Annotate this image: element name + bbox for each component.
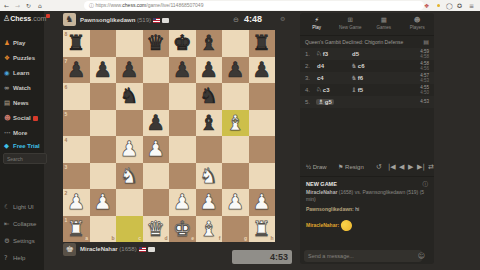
square-a1[interactable]: ♜1a xyxy=(63,216,90,243)
piece-icon: ♞ xyxy=(351,74,357,82)
puzzles-icon: ❖ xyxy=(4,53,13,63)
piece-b2[interactable]: ♟ xyxy=(90,189,117,216)
opening-book-icon[interactable]: ▤ xyxy=(423,37,429,47)
square-h6[interactable] xyxy=(249,83,276,110)
square-h2[interactable]: ♟ xyxy=(249,189,276,216)
sidebar-label: News xyxy=(13,100,29,106)
footer-label: Collapse xyxy=(13,221,36,227)
chat-text: hi xyxy=(355,206,359,212)
move-text: f5 xyxy=(358,87,363,93)
square-c8[interactable] xyxy=(116,30,143,57)
extensions-icon[interactable]: ❖ xyxy=(424,0,429,11)
piece-d4[interactable]: ♟ xyxy=(143,136,170,163)
square-a5[interactable]: 5 xyxy=(63,110,90,137)
square-e4[interactable] xyxy=(169,136,196,163)
piece-h8[interactable]: ♜ xyxy=(249,30,276,57)
refresh-icon[interactable]: ↻ xyxy=(26,0,31,11)
tab-label: Players xyxy=(401,25,435,30)
square-d8[interactable]: ♛ xyxy=(143,30,170,57)
file-label: a xyxy=(85,235,88,241)
player-rating: (1658) xyxy=(119,246,136,252)
footer-label: Light UI xyxy=(13,204,34,210)
square-e1[interactable]: ♚e xyxy=(169,216,196,243)
move-row: 5. ♗g5 4:53 xyxy=(300,96,434,108)
piece-h7[interactable]: ♟ xyxy=(249,57,276,84)
chat-header: NEW GAME xyxy=(306,181,337,187)
square-b1[interactable]: b xyxy=(90,216,117,243)
rotate-board-icon[interactable]: ↺ xyxy=(376,160,382,174)
square-c2[interactable] xyxy=(116,189,143,216)
sidebar-item-puzzles[interactable]: ❖Puzzles xyxy=(4,53,35,63)
collapse-button[interactable]: ⇤Collapse xyxy=(4,219,36,229)
shield-icon[interactable]: ✪ xyxy=(457,0,462,11)
move-black[interactable]: ♝f5 xyxy=(351,86,386,94)
game-panel: ⚡Play ⊞New Game ▦Games ☻Players Queen's … xyxy=(300,13,434,264)
square-e8[interactable]: ♚ xyxy=(169,30,196,57)
moon-icon: ☾ xyxy=(4,202,13,212)
piece-d8[interactable]: ♛ xyxy=(143,30,170,57)
square-b7[interactable]: ♟ xyxy=(90,57,117,84)
piece-f8[interactable]: ♝ xyxy=(196,30,223,57)
us-flag-icon xyxy=(153,18,160,23)
game-info-text: MiracleNahar (1658) vs. Pawnsonglikedawn… xyxy=(306,189,426,203)
square-e3[interactable] xyxy=(169,163,196,190)
sidebar-item-news[interactable]: ▤News xyxy=(4,98,29,108)
square-a4[interactable]: 4 xyxy=(63,136,90,163)
rank-label: 7 xyxy=(65,58,68,64)
square-d6[interactable] xyxy=(143,83,170,110)
opening-name[interactable]: Queen's Gambit Declined: Chigorin Defens… xyxy=(305,37,403,47)
square-c6[interactable]: ♞ xyxy=(116,83,143,110)
piece-e8[interactable]: ♚ xyxy=(169,30,196,57)
sidebar-label: Social xyxy=(13,115,31,121)
piece-g5[interactable]: ♝ xyxy=(222,110,249,137)
help-icon: ? xyxy=(4,253,13,263)
square-c3[interactable]: ♞ xyxy=(116,163,143,190)
piece-icon: ♞ xyxy=(351,62,357,70)
square-h7[interactable]: ♟ xyxy=(249,57,276,84)
rank-label: 5 xyxy=(65,111,68,117)
square-f5[interactable]: ♝ xyxy=(196,110,223,137)
move-white-current[interactable]: ♗g5 xyxy=(316,98,351,106)
move-times: 4:53 xyxy=(420,99,429,104)
people-icon: ☻ xyxy=(401,15,435,25)
move-black[interactable]: ♞c6 xyxy=(351,62,386,70)
piece-icon: ♘ xyxy=(316,50,322,58)
logo-badge xyxy=(46,14,50,18)
panel-tabs: ⚡Play ⊞New Game ▦Games ☻Players xyxy=(300,13,434,36)
light-ui-toggle[interactable]: ☾Light UI xyxy=(4,202,34,212)
rank-label: 4 xyxy=(65,137,68,143)
square-c7[interactable]: ♟ xyxy=(116,57,143,84)
piece-h2[interactable]: ♟ xyxy=(249,189,276,216)
free-trial-label: Free Trial xyxy=(13,143,40,149)
chat-username[interactable]: Pawnsonglikedawn: xyxy=(306,206,354,212)
draw-button[interactable]: ½ Draw xyxy=(306,160,327,174)
board-settings-icon[interactable]: ⚙ xyxy=(280,15,285,22)
tab-games[interactable]: ▦Games xyxy=(367,13,401,35)
move-number: 5. xyxy=(305,99,316,105)
profile-icon[interactable]: ◯ xyxy=(446,0,453,11)
square-h8[interactable]: ♜ xyxy=(249,30,276,57)
notification-dot xyxy=(437,4,440,7)
square-h5[interactable] xyxy=(249,110,276,137)
move-white[interactable]: ♘c3 xyxy=(316,86,351,94)
piece-f5[interactable]: ♝ xyxy=(196,110,223,137)
black-move-time: 4:53 xyxy=(420,78,429,83)
file-label: e xyxy=(191,235,194,241)
move-times: 4:554:50 xyxy=(420,85,429,95)
piece-e7[interactable]: ♟ xyxy=(169,57,196,84)
sidebar-label: Play xyxy=(13,40,25,46)
square-a3[interactable]: 3 xyxy=(63,163,90,190)
last-move-icon[interactable]: ▶| xyxy=(417,160,425,174)
square-b3[interactable] xyxy=(90,163,117,190)
tab-players[interactable]: ☻Players xyxy=(401,13,435,35)
move-black[interactable]: d5 xyxy=(351,50,386,58)
square-e5[interactable] xyxy=(169,110,196,137)
move-text: d5 xyxy=(352,51,359,57)
move-row: 1. ♘f3 d5 4:594:58 xyxy=(300,48,434,60)
piece-c6[interactable]: ♞ xyxy=(116,83,143,110)
file-label: f xyxy=(219,235,221,241)
square-a7[interactable]: ♟7 xyxy=(63,57,90,84)
social-badge xyxy=(33,116,38,121)
focus-mode-icon[interactable]: ⊖ xyxy=(233,16,239,24)
player-username: Pawnsonglikedawn xyxy=(80,17,135,23)
logo-suffix: .com xyxy=(31,15,46,22)
grid-icon: ▦ xyxy=(367,15,401,25)
sidebar-item-watch[interactable]: ∞Watch xyxy=(4,83,31,93)
piece-f2[interactable]: ♟ xyxy=(196,189,223,216)
square-d1[interactable]: ♛d xyxy=(143,216,170,243)
url-path: /game/live/114868507049 xyxy=(146,2,203,8)
move-text: d4 xyxy=(317,63,324,69)
rank-label: 1 xyxy=(65,217,68,223)
piece-f6[interactable]: ♞ xyxy=(196,83,223,110)
next-move-icon[interactable]: ▶ xyxy=(408,160,413,174)
more-icon: ⋯ xyxy=(4,128,13,138)
chat-message: Pawnsonglikedawn: hi xyxy=(306,206,359,212)
rank-label: 6 xyxy=(65,84,68,90)
piece-c7[interactable]: ♟ xyxy=(116,57,143,84)
white-move-time: 4:53 xyxy=(420,99,429,104)
game-controls: ½ Draw ⚑ Resign ↺ |◀ ◀ ▶ ▶| ⇄ xyxy=(300,160,434,174)
watch-icon: ∞ xyxy=(4,83,13,93)
footer-label: Help xyxy=(13,255,25,261)
logo-brand: Chess xyxy=(10,15,31,22)
piece-c3[interactable]: ♞ xyxy=(116,163,143,190)
piece-b7[interactable]: ♟ xyxy=(90,57,117,84)
square-c1[interactable]: c xyxy=(116,216,143,243)
rank-label: 2 xyxy=(65,190,68,196)
square-e2[interactable]: ♟ xyxy=(169,189,196,216)
info-username: MiracleNahar xyxy=(306,189,337,195)
gear-icon: ⚙ xyxy=(4,236,13,246)
file-label: d xyxy=(164,235,167,241)
player-badge xyxy=(148,247,155,252)
black-move-time: 4:58 xyxy=(420,54,429,59)
sidebar-item-play[interactable]: ♟Play xyxy=(4,38,25,48)
square-f3[interactable]: ♞ xyxy=(196,163,223,190)
help-button[interactable]: ?Help xyxy=(4,253,25,263)
square-f7[interactable]: ♟ xyxy=(196,57,223,84)
sidebar-label: Watch xyxy=(13,85,31,91)
player-rating: (519) xyxy=(137,17,151,23)
tab-label: Games xyxy=(367,25,401,30)
tab-new-game[interactable]: ⊞New Game xyxy=(334,13,368,35)
file-label: b xyxy=(111,235,114,241)
forward-icon[interactable]: → xyxy=(15,0,20,11)
square-f6[interactable]: ♞ xyxy=(196,83,223,110)
square-g1[interactable]: g xyxy=(222,216,249,243)
square-f2[interactable]: ♟ xyxy=(196,189,223,216)
move-text: f6 xyxy=(358,75,363,81)
url-prefix: https://www. xyxy=(95,2,122,8)
square-d7[interactable] xyxy=(143,57,170,84)
smiley-icon[interactable]: ☺ xyxy=(418,252,425,260)
black-clock: 4:48 xyxy=(244,14,262,24)
square-b4[interactable] xyxy=(90,136,117,163)
square-f4[interactable] xyxy=(196,136,223,163)
tab-label: Play xyxy=(300,25,334,30)
square-e7[interactable]: ♟ xyxy=(169,57,196,84)
collapse-icon: ⇤ xyxy=(4,219,13,229)
square-g3[interactable] xyxy=(222,163,249,190)
piece-c4[interactable]: ♟ xyxy=(116,136,143,163)
move-text: g5 xyxy=(325,99,332,105)
chat-username[interactable]: MiracleNahar: xyxy=(306,222,339,228)
footer-label: Settings xyxy=(13,238,35,244)
info-icon[interactable]: ⓘ xyxy=(423,181,429,188)
square-e6[interactable] xyxy=(169,83,196,110)
resign-button[interactable]: ⚑ Resign xyxy=(338,160,364,174)
top-player-name[interactable]: Pawnsonglikedawn (519) xyxy=(80,17,169,23)
avatar-bottom-player[interactable]: ♚ xyxy=(63,243,76,256)
sidebar-label: Learn xyxy=(13,70,29,76)
url-bar[interactable]: ⓘ https://www.chess.com/game/live/114868… xyxy=(84,1,424,10)
back-icon[interactable]: ← xyxy=(4,0,9,11)
piece-icon: ♘ xyxy=(316,86,322,94)
square-g6[interactable] xyxy=(222,83,249,110)
chat-section: NEW GAME ⓘ MiracleNahar (1658) vs. Pawns… xyxy=(300,176,434,265)
square-g2[interactable]: ♟ xyxy=(222,189,249,216)
square-d4[interactable]: ♟ xyxy=(143,136,170,163)
square-f8[interactable]: ♝ xyxy=(196,30,223,57)
prev-move-icon[interactable]: ◀ xyxy=(399,160,404,174)
move-row: 4. ♘c3 ♝f5 4:554:50 xyxy=(300,84,434,96)
learn-icon: ◉ xyxy=(4,68,13,78)
square-d3[interactable] xyxy=(143,163,170,190)
move-white[interactable]: d4 xyxy=(316,62,351,70)
sidebar-item-social[interactable]: ☻Social xyxy=(4,113,38,123)
move-text: f3 xyxy=(323,51,328,57)
piece-f3[interactable]: ♞ xyxy=(196,163,223,190)
file-label: g xyxy=(244,235,247,241)
player-username: MiracleNahar xyxy=(80,246,118,252)
tab-label: New Game xyxy=(334,25,368,30)
chess-board: ♜8♛♚♝♜♟7♟♟♟♟♟♟6♞♞5♟♝♝4♟♟3♞♞♟2♟♟♟♟♟♜1abc♛… xyxy=(63,30,275,242)
square-a2[interactable]: ♟2 xyxy=(63,189,90,216)
file-label: c xyxy=(138,235,141,241)
settings-button[interactable]: ⚙Settings xyxy=(4,236,35,246)
square-f1[interactable]: ♝f xyxy=(196,216,223,243)
move-text: c3 xyxy=(323,87,330,93)
sidebar: ♙Chess.com ♟Play ❖Puzzles ◉Learn ∞Watch … xyxy=(0,11,44,270)
move-white[interactable]: c4 xyxy=(316,74,351,82)
piece-d5[interactable]: ♟ xyxy=(143,110,170,137)
piece-g2[interactable]: ♟ xyxy=(222,189,249,216)
move-text: c4 xyxy=(317,75,324,81)
move-number: 3. xyxy=(305,75,316,81)
file-label: h xyxy=(270,235,273,241)
square-b8[interactable] xyxy=(90,30,117,57)
move-white[interactable]: ♘f3 xyxy=(316,50,351,58)
move-number: 1. xyxy=(305,51,316,57)
move-black[interactable]: ♞f6 xyxy=(351,74,386,82)
square-b2[interactable]: ♟ xyxy=(90,189,117,216)
screen: ← → ↻ ⌂ ⓘ https://www.chess.com/game/liv… xyxy=(0,0,480,270)
move-times: 4:594:58 xyxy=(420,49,429,59)
move-list: 1. ♘f3 d5 4:594:58 2. d4 ♞c6 4:584:56 3.… xyxy=(300,48,434,108)
move-row: 2. d4 ♞c6 4:584:56 xyxy=(300,60,434,72)
rank-label: 8 xyxy=(65,31,68,37)
lightning-icon: ⚡ xyxy=(300,15,334,25)
url-domain: chess.com xyxy=(122,2,146,8)
bottom-player-name[interactable]: MiracleNahar (1658) xyxy=(80,246,155,252)
sidebar-search-input[interactable] xyxy=(3,153,47,164)
chat-message: MiracleNahar: xyxy=(306,220,352,231)
square-d2[interactable] xyxy=(143,189,170,216)
sidebar-label: More xyxy=(13,130,27,136)
chat-input[interactable] xyxy=(304,250,422,262)
piece-icon: ♝ xyxy=(351,86,357,94)
tab-play[interactable]: ⚡Play xyxy=(300,13,334,35)
move-times: 4:584:56 xyxy=(420,61,429,71)
free-trial-button[interactable]: ◆Free Trial xyxy=(4,141,40,151)
piece-e2[interactable]: ♟ xyxy=(169,189,196,216)
black-move-time: 4:56 xyxy=(420,66,429,71)
move-number: 2. xyxy=(305,63,316,69)
square-h1[interactable]: ♜h xyxy=(249,216,276,243)
play-icon: ♟ xyxy=(4,38,13,48)
chesscom-app: ♙Chess.com ♟Play ❖Puzzles ◉Learn ∞Watch … xyxy=(0,11,480,270)
sidebar-item-learn[interactable]: ◉Learn xyxy=(4,68,29,78)
square-c5[interactable] xyxy=(116,110,143,137)
piece-icon: ♗ xyxy=(318,98,324,106)
square-b5[interactable] xyxy=(90,110,117,137)
white-clock: 4:53 xyxy=(232,250,292,264)
square-g5[interactable]: ♝ xyxy=(222,110,249,137)
flip-board-icon[interactable]: ⇄ xyxy=(428,160,434,174)
black-move-time: 4:50 xyxy=(420,90,429,95)
sidebar-item-more[interactable]: ⋯More xyxy=(4,128,27,138)
us-flag-icon xyxy=(139,247,146,252)
chesscom-logo[interactable]: ♙Chess.com xyxy=(3,14,50,23)
sidebar-label: Puzzles xyxy=(13,55,35,61)
piece-f7[interactable]: ♟ xyxy=(196,57,223,84)
move-number: 4. xyxy=(305,87,316,93)
square-g7[interactable]: ♟ xyxy=(222,57,249,84)
move-row: 3. c4 ♞f6 4:574:53 xyxy=(300,72,434,84)
first-move-icon[interactable]: |◀ xyxy=(388,160,396,174)
square-c4[interactable]: ♟ xyxy=(116,136,143,163)
social-icon: ☻ xyxy=(4,113,13,123)
site-info-icon[interactable]: ⓘ xyxy=(89,2,94,8)
opening-row: Queen's Gambit Declined: Chigorin Defens… xyxy=(300,37,434,47)
square-b6[interactable] xyxy=(90,83,117,110)
menu-icon[interactable]: ≡ xyxy=(469,0,474,11)
square-g8[interactable] xyxy=(222,30,249,57)
plus-square-icon: ⊞ xyxy=(334,15,368,25)
square-a8[interactable]: ♜8 xyxy=(63,30,90,57)
wave-emoji xyxy=(340,219,354,233)
square-g4[interactable] xyxy=(222,136,249,163)
home-icon[interactable]: ⌂ xyxy=(38,0,42,11)
square-a6[interactable]: 6 xyxy=(63,83,90,110)
square-h3[interactable] xyxy=(249,163,276,190)
player-badge xyxy=(162,18,169,23)
square-d5[interactable]: ♟ xyxy=(143,110,170,137)
move-times: 4:574:53 xyxy=(420,73,429,83)
diamond-icon: ◆ xyxy=(4,141,13,151)
rank-label: 3 xyxy=(65,164,68,170)
piece-g7[interactable]: ♟ xyxy=(222,57,249,84)
move-text: c6 xyxy=(358,63,365,69)
avatar-top-player[interactable]: ♞ xyxy=(63,13,76,26)
news-icon: ▤ xyxy=(4,98,13,108)
square-h4[interactable] xyxy=(249,136,276,163)
